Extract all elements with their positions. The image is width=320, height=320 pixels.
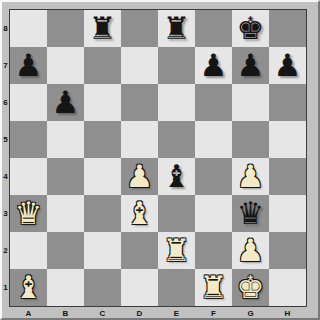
square-g8[interactable]: ♚ (232, 10, 269, 47)
square-g4[interactable]: ♟ (232, 158, 269, 195)
white-queen-a3[interactable]: ♛ (10, 195, 47, 232)
rank-label-5: 5 (2, 121, 9, 158)
square-c3[interactable] (84, 195, 121, 232)
white-king-g1[interactable]: ♚ (232, 269, 269, 306)
square-a4[interactable] (10, 158, 47, 195)
square-h6[interactable] (269, 84, 306, 121)
square-e4[interactable]: ♝ (158, 158, 195, 195)
square-a3[interactable]: ♛ (10, 195, 47, 232)
square-d5[interactable] (121, 121, 158, 158)
rank-label-1: 1 (2, 269, 9, 306)
square-b6[interactable]: ♟ (47, 84, 84, 121)
square-g3[interactable]: ♛ (232, 195, 269, 232)
square-a5[interactable] (10, 121, 47, 158)
square-h2[interactable] (269, 232, 306, 269)
square-f2[interactable] (195, 232, 232, 269)
file-labels: ABCDEFGH (10, 307, 306, 320)
square-f3[interactable] (195, 195, 232, 232)
black-rook-e8[interactable]: ♜ (158, 10, 195, 47)
file-label-b: B (47, 307, 84, 320)
square-e1[interactable] (158, 269, 195, 306)
square-h3[interactable] (269, 195, 306, 232)
square-a7[interactable]: ♟ (10, 47, 47, 84)
rank-label-4: 4 (2, 158, 9, 195)
rank-label-6: 6 (2, 84, 9, 121)
square-a2[interactable] (10, 232, 47, 269)
file-label-f: F (195, 307, 232, 320)
square-d1[interactable] (121, 269, 158, 306)
black-king-g8[interactable]: ♚ (232, 10, 269, 47)
file-label-g: G (232, 307, 269, 320)
white-rook-e2[interactable]: ♜ (158, 232, 195, 269)
square-c5[interactable] (84, 121, 121, 158)
square-f1[interactable]: ♜ (195, 269, 232, 306)
square-f8[interactable] (195, 10, 232, 47)
square-b8[interactable] (47, 10, 84, 47)
square-d3[interactable]: ♝ (121, 195, 158, 232)
white-pawn-d4[interactable]: ♟ (121, 158, 158, 195)
black-pawn-b6[interactable]: ♟ (47, 84, 84, 121)
square-c1[interactable] (84, 269, 121, 306)
square-c7[interactable] (84, 47, 121, 84)
square-h4[interactable] (269, 158, 306, 195)
black-pawn-f7[interactable]: ♟ (195, 47, 232, 84)
square-f5[interactable] (195, 121, 232, 158)
white-pawn-g4[interactable]: ♟ (232, 158, 269, 195)
white-bishop-d3[interactable]: ♝ (121, 195, 158, 232)
board-frame: ♜♜♚♟♟♟♟♟♟♝♟♛♝♛♜♟♝♜♚ 87654321 ABCDEFGH (0, 0, 320, 320)
file-label-d: D (121, 307, 158, 320)
square-e7[interactable] (158, 47, 195, 84)
square-b7[interactable] (47, 47, 84, 84)
file-label-a: A (10, 307, 47, 320)
black-bishop-e4[interactable]: ♝ (158, 158, 195, 195)
black-queen-g3[interactable]: ♛ (232, 195, 269, 232)
black-pawn-g7[interactable]: ♟ (232, 47, 269, 84)
square-g7[interactable]: ♟ (232, 47, 269, 84)
square-g6[interactable] (232, 84, 269, 121)
square-c8[interactable]: ♜ (84, 10, 121, 47)
square-e2[interactable]: ♜ (158, 232, 195, 269)
square-e5[interactable] (158, 121, 195, 158)
rank-label-7: 7 (2, 47, 9, 84)
black-pawn-a7[interactable]: ♟ (10, 47, 47, 84)
white-bishop-a1[interactable]: ♝ (10, 269, 47, 306)
square-d7[interactable] (121, 47, 158, 84)
square-a1[interactable]: ♝ (10, 269, 47, 306)
square-b3[interactable] (47, 195, 84, 232)
file-label-h: H (269, 307, 306, 320)
square-e8[interactable]: ♜ (158, 10, 195, 47)
square-a8[interactable] (10, 10, 47, 47)
square-d2[interactable] (121, 232, 158, 269)
square-c6[interactable] (84, 84, 121, 121)
square-h8[interactable] (269, 10, 306, 47)
square-c4[interactable] (84, 158, 121, 195)
square-b4[interactable] (47, 158, 84, 195)
file-label-e: E (158, 307, 195, 320)
square-g2[interactable]: ♟ (232, 232, 269, 269)
rank-label-2: 2 (2, 232, 9, 269)
square-f4[interactable] (195, 158, 232, 195)
square-b5[interactable] (47, 121, 84, 158)
file-label-c: C (84, 307, 121, 320)
square-h1[interactable] (269, 269, 306, 306)
square-b1[interactable] (47, 269, 84, 306)
black-pawn-h7[interactable]: ♟ (269, 47, 306, 84)
white-rook-f1[interactable]: ♜ (195, 269, 232, 306)
white-pawn-g2[interactable]: ♟ (232, 232, 269, 269)
square-c2[interactable] (84, 232, 121, 269)
square-e3[interactable] (158, 195, 195, 232)
square-d8[interactable] (121, 10, 158, 47)
square-d6[interactable] (121, 84, 158, 121)
square-g5[interactable] (232, 121, 269, 158)
square-a6[interactable] (10, 84, 47, 121)
rank-labels: 87654321 (2, 10, 9, 306)
rank-label-3: 3 (2, 195, 9, 232)
black-rook-c8[interactable]: ♜ (84, 10, 121, 47)
square-b2[interactable] (47, 232, 84, 269)
rank-label-8: 8 (2, 10, 9, 47)
square-h5[interactable] (269, 121, 306, 158)
square-f6[interactable] (195, 84, 232, 121)
square-f7[interactable]: ♟ (195, 47, 232, 84)
chess-board: ♜♜♚♟♟♟♟♟♟♝♟♛♝♛♜♟♝♜♚ (9, 9, 307, 307)
square-g1[interactable]: ♚ (232, 269, 269, 306)
square-h7[interactable]: ♟ (269, 47, 306, 84)
square-e6[interactable] (158, 84, 195, 121)
square-d4[interactable]: ♟ (121, 158, 158, 195)
